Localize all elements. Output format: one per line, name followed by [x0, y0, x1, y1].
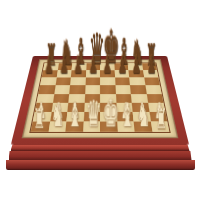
square-e1: ♚ — [100, 121, 117, 131]
white-knight-g1: ♞ — [137, 101, 149, 132]
black-pawn-e7: ♟ — [103, 53, 112, 77]
black-pawn-c7: ♟ — [74, 53, 83, 77]
square-c7: ♟ — [71, 70, 86, 77]
square-b7: ♟ — [56, 70, 71, 77]
box-base-molding — [6, 160, 195, 170]
square-b1: ♞ — [48, 121, 66, 131]
white-queen-d1: ♛ — [85, 95, 97, 132]
square-c5 — [69, 86, 85, 94]
square-d6 — [85, 78, 100, 86]
square-a7: ♟ — [42, 70, 58, 77]
square-h1: ♜ — [150, 121, 169, 131]
black-pawn-d7: ♟ — [88, 53, 97, 77]
square-c6 — [70, 78, 85, 86]
board-maple-border: ♜♞♝♛♚♝♞♜♟♟♟♟♟♟♟♟♟♟♟♟♟♟♟♟♜♞♝♛♚♝♞♜ — [22, 59, 179, 138]
white-knight-b1: ♞ — [50, 101, 62, 132]
black-pawn-h7: ♟ — [147, 53, 156, 77]
square-h7: ♟ — [143, 70, 159, 77]
square-c1: ♝ — [65, 121, 83, 131]
square-f1: ♝ — [117, 121, 135, 131]
square-e6 — [100, 78, 115, 86]
square-g5 — [130, 86, 146, 94]
white-rook-a1: ♜ — [33, 105, 45, 132]
square-h5 — [145, 86, 162, 94]
square-a6 — [40, 78, 56, 86]
black-pawn-a7: ♟ — [44, 53, 53, 77]
chess-board-grid: ♜♞♝♛♚♝♞♜♟♟♟♟♟♟♟♟♟♟♟♟♟♟♟♟♜♞♝♛♚♝♞♜ — [31, 63, 170, 132]
square-d7: ♟ — [85, 70, 100, 77]
white-bishop-f1: ♝ — [120, 99, 132, 132]
chess-set-photo: ♜♞♝♛♚♝♞♜♟♟♟♟♟♟♟♟♟♟♟♟♟♟♟♟♜♞♝♛♚♝♞♜ — [0, 0, 200, 200]
white-king-e1: ♚ — [102, 93, 114, 131]
square-f7: ♟ — [114, 70, 129, 77]
box-front — [0, 145, 200, 170]
square-g6 — [129, 78, 145, 86]
black-pawn-f7: ♟ — [117, 53, 126, 77]
square-h6 — [144, 78, 160, 86]
square-g7: ♟ — [128, 70, 143, 77]
black-pawn-g7: ♟ — [132, 53, 141, 77]
square-e7: ♟ — [100, 70, 115, 77]
square-a1: ♜ — [31, 121, 50, 131]
square-g1: ♞ — [134, 121, 152, 131]
black-pawn-b7: ♟ — [59, 53, 68, 77]
chess-board-frame: ♜♞♝♛♚♝♞♜♟♟♟♟♟♟♟♟♟♟♟♟♟♟♟♟♜♞♝♛♚♝♞♜ — [11, 56, 189, 145]
white-bishop-c1: ♝ — [68, 99, 80, 132]
square-a5 — [38, 86, 55, 94]
square-d1: ♛ — [83, 121, 100, 131]
square-b5 — [54, 86, 70, 94]
square-b6 — [55, 78, 71, 86]
square-f6 — [115, 78, 130, 86]
white-rook-h1: ♜ — [154, 105, 166, 132]
lid-front-edge — [11, 145, 190, 151]
box-side-face — [9, 151, 192, 160]
